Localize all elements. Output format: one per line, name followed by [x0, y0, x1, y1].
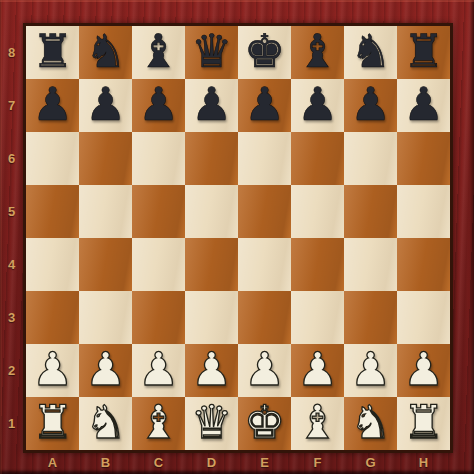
- square-b1[interactable]: ♞: [79, 397, 132, 450]
- square-e8[interactable]: ♚: [238, 26, 291, 79]
- file-label-d: D: [185, 452, 238, 473]
- square-a1[interactable]: ♜: [26, 397, 79, 450]
- rank-label-2: 2: [0, 344, 23, 397]
- square-f5[interactable]: [291, 185, 344, 238]
- black-pawn-icon[interactable]: ♟: [138, 81, 179, 127]
- square-g1[interactable]: ♞: [344, 397, 397, 450]
- square-d6[interactable]: [185, 132, 238, 185]
- square-d1[interactable]: ♛: [185, 397, 238, 450]
- square-h5[interactable]: [397, 185, 450, 238]
- black-bishop-icon[interactable]: ♝: [138, 28, 179, 74]
- white-pawn-icon[interactable]: ♟: [32, 346, 73, 392]
- square-a3[interactable]: [26, 291, 79, 344]
- black-knight-icon[interactable]: ♞: [350, 28, 391, 74]
- white-knight-icon[interactable]: ♞: [85, 399, 126, 445]
- white-rook-icon[interactable]: ♜: [403, 399, 444, 445]
- square-f1[interactable]: ♝: [291, 397, 344, 450]
- square-e6[interactable]: [238, 132, 291, 185]
- square-b7[interactable]: ♟: [79, 79, 132, 132]
- square-e3[interactable]: [238, 291, 291, 344]
- square-b6[interactable]: [79, 132, 132, 185]
- black-knight-icon[interactable]: ♞: [85, 28, 126, 74]
- rank-label-4: 4: [0, 238, 23, 291]
- rank-label-1: 1: [0, 397, 23, 450]
- file-label-b: B: [79, 452, 132, 473]
- square-d2[interactable]: ♟: [185, 344, 238, 397]
- white-bishop-icon[interactable]: ♝: [297, 399, 338, 445]
- square-f3[interactable]: [291, 291, 344, 344]
- square-h7[interactable]: ♟: [397, 79, 450, 132]
- file-label-c: C: [132, 452, 185, 473]
- white-rook-icon[interactable]: ♜: [32, 399, 73, 445]
- square-h2[interactable]: ♟: [397, 344, 450, 397]
- square-c8[interactable]: ♝: [132, 26, 185, 79]
- black-rook-icon[interactable]: ♜: [32, 28, 73, 74]
- white-pawn-icon[interactable]: ♟: [191, 346, 232, 392]
- square-e4[interactable]: [238, 238, 291, 291]
- square-f8[interactable]: ♝: [291, 26, 344, 79]
- square-h3[interactable]: [397, 291, 450, 344]
- square-c3[interactable]: [132, 291, 185, 344]
- square-f2[interactable]: ♟: [291, 344, 344, 397]
- black-rook-icon[interactable]: ♜: [403, 28, 444, 74]
- file-label-g: G: [344, 452, 397, 473]
- square-a6[interactable]: [26, 132, 79, 185]
- white-pawn-icon[interactable]: ♟: [403, 346, 444, 392]
- black-pawn-icon[interactable]: ♟: [297, 81, 338, 127]
- square-a5[interactable]: [26, 185, 79, 238]
- file-label-a: A: [26, 452, 79, 473]
- rank-label-3: 3: [0, 291, 23, 344]
- file-label-f: F: [291, 452, 344, 473]
- rank-label-8: 8: [0, 26, 23, 79]
- square-a8[interactable]: ♜: [26, 26, 79, 79]
- square-b2[interactable]: ♟: [79, 344, 132, 397]
- square-b4[interactable]: [79, 238, 132, 291]
- square-d3[interactable]: [185, 291, 238, 344]
- square-c5[interactable]: [132, 185, 185, 238]
- black-pawn-icon[interactable]: ♟: [191, 81, 232, 127]
- square-g5[interactable]: [344, 185, 397, 238]
- square-g7[interactable]: ♟: [344, 79, 397, 132]
- black-pawn-icon[interactable]: ♟: [85, 81, 126, 127]
- square-g8[interactable]: ♞: [344, 26, 397, 79]
- square-g2[interactable]: ♟: [344, 344, 397, 397]
- rank-label-6: 6: [0, 132, 23, 185]
- square-h1[interactable]: ♜: [397, 397, 450, 450]
- square-c1[interactable]: ♝: [132, 397, 185, 450]
- white-pawn-icon[interactable]: ♟: [85, 346, 126, 392]
- square-c2[interactable]: ♟: [132, 344, 185, 397]
- square-e1[interactable]: ♚: [238, 397, 291, 450]
- square-f6[interactable]: [291, 132, 344, 185]
- black-pawn-icon[interactable]: ♟: [350, 81, 391, 127]
- rank-label-5: 5: [0, 185, 23, 238]
- chess-board-frame: ♜♞♝♛♚♝♞♜♟♟♟♟♟♟♟♟♟♟♟♟♟♟♟♟♜♞♝♛♚♝♞♜ 8765432…: [0, 0, 474, 474]
- black-king-icon[interactable]: ♚: [244, 28, 285, 74]
- square-b3[interactable]: [79, 291, 132, 344]
- square-h8[interactable]: ♜: [397, 26, 450, 79]
- square-e7[interactable]: ♟: [238, 79, 291, 132]
- square-a7[interactable]: ♟: [26, 79, 79, 132]
- black-pawn-icon[interactable]: ♟: [403, 81, 444, 127]
- square-c4[interactable]: [132, 238, 185, 291]
- square-d7[interactable]: ♟: [185, 79, 238, 132]
- chess-board: ♜♞♝♛♚♝♞♜♟♟♟♟♟♟♟♟♟♟♟♟♟♟♟♟♜♞♝♛♚♝♞♜: [23, 23, 453, 453]
- square-g6[interactable]: [344, 132, 397, 185]
- square-g3[interactable]: [344, 291, 397, 344]
- white-pawn-icon[interactable]: ♟: [138, 346, 179, 392]
- square-a4[interactable]: [26, 238, 79, 291]
- black-bishop-icon[interactable]: ♝: [297, 28, 338, 74]
- square-c6[interactable]: [132, 132, 185, 185]
- square-c7[interactable]: ♟: [132, 79, 185, 132]
- file-label-e: E: [238, 452, 291, 473]
- white-pawn-icon[interactable]: ♟: [297, 346, 338, 392]
- square-h4[interactable]: [397, 238, 450, 291]
- white-queen-icon[interactable]: ♛: [191, 399, 232, 445]
- white-bishop-icon[interactable]: ♝: [138, 399, 179, 445]
- square-d8[interactable]: ♛: [185, 26, 238, 79]
- square-d4[interactable]: [185, 238, 238, 291]
- file-label-h: H: [397, 452, 450, 473]
- square-e2[interactable]: ♟: [238, 344, 291, 397]
- white-king-icon[interactable]: ♚: [244, 399, 285, 445]
- square-b5[interactable]: [79, 185, 132, 238]
- white-pawn-icon[interactable]: ♟: [244, 346, 285, 392]
- square-b8[interactable]: ♞: [79, 26, 132, 79]
- square-h6[interactable]: [397, 132, 450, 185]
- white-pawn-icon[interactable]: ♟: [350, 346, 391, 392]
- square-f4[interactable]: [291, 238, 344, 291]
- square-e5[interactable]: [238, 185, 291, 238]
- square-g4[interactable]: [344, 238, 397, 291]
- black-queen-icon[interactable]: ♛: [191, 28, 232, 74]
- black-pawn-icon[interactable]: ♟: [244, 81, 285, 127]
- rank-label-7: 7: [0, 79, 23, 132]
- black-pawn-icon[interactable]: ♟: [32, 81, 73, 127]
- white-knight-icon[interactable]: ♞: [350, 399, 391, 445]
- square-a2[interactable]: ♟: [26, 344, 79, 397]
- square-d5[interactable]: [185, 185, 238, 238]
- square-f7[interactable]: ♟: [291, 79, 344, 132]
